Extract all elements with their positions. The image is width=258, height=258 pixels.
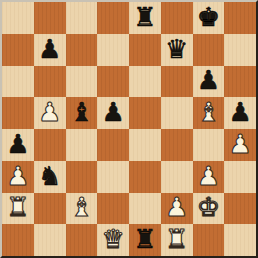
square-f8[interactable] — [161, 2, 193, 34]
square-h1[interactable] — [224, 224, 256, 256]
square-a2[interactable]: ♜ — [2, 193, 34, 225]
square-a1[interactable] — [2, 224, 34, 256]
square-b3[interactable]: ♞ — [34, 161, 66, 193]
square-h8[interactable] — [224, 2, 256, 34]
piece-black-pawn-b7[interactable]: ♟ — [38, 36, 61, 62]
square-a3[interactable]: ♟ — [2, 161, 34, 193]
square-b4[interactable] — [34, 129, 66, 161]
square-f1[interactable]: ♜ — [161, 224, 193, 256]
piece-white-queen-d1[interactable]: ♛ — [101, 226, 124, 252]
square-g4[interactable] — [193, 129, 225, 161]
piece-black-bishop-c5[interactable]: ♝ — [70, 99, 93, 125]
piece-black-rook-e1[interactable]: ♜ — [133, 226, 156, 252]
square-b2[interactable] — [34, 193, 66, 225]
square-d6[interactable] — [97, 66, 129, 98]
piece-black-knight-b3[interactable]: ♞ — [38, 163, 61, 189]
square-h7[interactable] — [224, 34, 256, 66]
square-c3[interactable] — [66, 161, 98, 193]
square-f6[interactable] — [161, 66, 193, 98]
square-d2[interactable] — [97, 193, 129, 225]
square-e7[interactable] — [129, 34, 161, 66]
square-a4[interactable]: ♟ — [2, 129, 34, 161]
square-f5[interactable] — [161, 97, 193, 129]
square-d5[interactable]: ♟ — [97, 97, 129, 129]
square-e2[interactable] — [129, 193, 161, 225]
piece-black-pawn-h5[interactable]: ♟ — [228, 99, 251, 125]
square-c5[interactable]: ♝ — [66, 97, 98, 129]
square-a5[interactable] — [2, 97, 34, 129]
square-e1[interactable]: ♜ — [129, 224, 161, 256]
square-e8[interactable]: ♜ — [129, 2, 161, 34]
square-c2[interactable]: ♝ — [66, 193, 98, 225]
square-d4[interactable] — [97, 129, 129, 161]
piece-black-rook-e8[interactable]: ♜ — [133, 4, 156, 30]
piece-white-pawn-g3[interactable]: ♟ — [197, 163, 220, 189]
square-b6[interactable] — [34, 66, 66, 98]
square-h3[interactable] — [224, 161, 256, 193]
square-d3[interactable] — [97, 161, 129, 193]
square-b7[interactable]: ♟ — [34, 34, 66, 66]
piece-black-pawn-a4[interactable]: ♟ — [6, 131, 29, 157]
piece-white-pawn-b5[interactable]: ♟ — [38, 99, 61, 125]
square-f3[interactable] — [161, 161, 193, 193]
square-b5[interactable]: ♟ — [34, 97, 66, 129]
square-b8[interactable] — [34, 2, 66, 34]
piece-white-rook-f1[interactable]: ♜ — [165, 226, 188, 252]
square-d1[interactable]: ♛ — [97, 224, 129, 256]
piece-white-pawn-f2[interactable]: ♟ — [165, 194, 188, 220]
square-e5[interactable] — [129, 97, 161, 129]
piece-white-bishop-g5[interactable]: ♝ — [197, 99, 220, 125]
square-e3[interactable] — [129, 161, 161, 193]
square-f7[interactable]: ♛ — [161, 34, 193, 66]
square-h2[interactable] — [224, 193, 256, 225]
piece-white-pawn-h4[interactable]: ♟ — [228, 131, 251, 157]
square-e6[interactable] — [129, 66, 161, 98]
square-g7[interactable] — [193, 34, 225, 66]
chess-board: ♜♚♟♛♟♟♝♟♝♟♟♟♟♞♟♜♝♟♚♛♜♜ — [2, 2, 256, 256]
piece-black-pawn-d5[interactable]: ♟ — [101, 99, 124, 125]
piece-white-rook-a2[interactable]: ♜ — [6, 194, 29, 220]
square-d7[interactable] — [97, 34, 129, 66]
chess-board-frame: ♜♚♟♛♟♟♝♟♝♟♟♟♟♞♟♜♝♟♚♛♜♜ — [0, 0, 258, 258]
piece-black-queen-f7[interactable]: ♛ — [165, 36, 188, 62]
square-c7[interactable] — [66, 34, 98, 66]
square-g3[interactable]: ♟ — [193, 161, 225, 193]
square-g2[interactable]: ♚ — [193, 193, 225, 225]
piece-black-pawn-g6[interactable]: ♟ — [197, 67, 220, 93]
piece-black-king-g8[interactable]: ♚ — [197, 4, 220, 30]
piece-white-pawn-a3[interactable]: ♟ — [6, 163, 29, 189]
piece-white-king-g2[interactable]: ♚ — [197, 194, 220, 220]
square-b1[interactable] — [34, 224, 66, 256]
square-c4[interactable] — [66, 129, 98, 161]
square-h6[interactable] — [224, 66, 256, 98]
square-a8[interactable] — [2, 2, 34, 34]
square-g8[interactable]: ♚ — [193, 2, 225, 34]
square-d8[interactable] — [97, 2, 129, 34]
square-a6[interactable] — [2, 66, 34, 98]
square-a7[interactable] — [2, 34, 34, 66]
square-e4[interactable] — [129, 129, 161, 161]
square-f4[interactable] — [161, 129, 193, 161]
square-c8[interactable] — [66, 2, 98, 34]
square-g1[interactable] — [193, 224, 225, 256]
square-g5[interactable]: ♝ — [193, 97, 225, 129]
piece-white-bishop-c2[interactable]: ♝ — [70, 194, 93, 220]
square-f2[interactable]: ♟ — [161, 193, 193, 225]
square-c1[interactable] — [66, 224, 98, 256]
square-c6[interactable] — [66, 66, 98, 98]
square-h4[interactable]: ♟ — [224, 129, 256, 161]
square-h5[interactable]: ♟ — [224, 97, 256, 129]
square-g6[interactable]: ♟ — [193, 66, 225, 98]
